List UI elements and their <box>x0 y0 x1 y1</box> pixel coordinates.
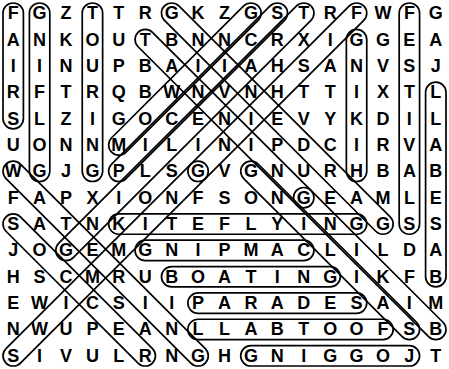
grid-cell-r13c16[interactable]: S <box>396 316 422 342</box>
grid-cell-r4c2[interactable]: F <box>26 79 52 105</box>
grid-cell-r11c16[interactable]: F <box>396 264 422 290</box>
grid-cell-r5c1[interactable]: S <box>0 105 26 131</box>
grid-cell-r4c16[interactable]: T <box>396 79 422 105</box>
grid-cell-r14c7[interactable]: N <box>158 343 184 369</box>
grid-cell-r11c10[interactable]: T <box>238 264 264 290</box>
grid-cell-r1c3[interactable]: Z <box>53 0 79 26</box>
grid-cell-r8c16[interactable]: L <box>396 185 422 211</box>
grid-cell-r10c3[interactable]: G <box>53 237 79 263</box>
grid-cell-r5c15[interactable]: D <box>370 105 396 131</box>
grid-cell-r1c1[interactable]: F <box>0 0 26 26</box>
grid-cell-r5c8[interactable]: E <box>185 105 211 131</box>
grid-cell-r2c8[interactable]: N <box>185 26 211 52</box>
grid-cell-r7c3[interactable]: J <box>53 158 79 184</box>
grid-cell-r1c2[interactable]: G <box>26 0 52 26</box>
grid-cell-r13c6[interactable]: A <box>132 316 158 342</box>
grid-cell-r13c12[interactable]: T <box>291 316 317 342</box>
grid-cell-r12c6[interactable]: I <box>132 290 158 316</box>
grid-cell-r12c3[interactable]: I <box>53 290 79 316</box>
grid-cell-r6c10[interactable]: I <box>238 132 264 158</box>
grid-cell-r9c15[interactable]: G <box>370 211 396 237</box>
grid-cell-r4c7[interactable]: W <box>158 79 184 105</box>
grid-cell-r12c10[interactable]: R <box>238 290 264 316</box>
grid-cell-r3c16[interactable]: S <box>396 53 422 79</box>
grid-cell-r6c6[interactable]: I <box>132 132 158 158</box>
grid-cell-r11c7[interactable]: B <box>158 264 184 290</box>
grid-cell-r7c7[interactable]: S <box>158 158 184 184</box>
grid-cell-r4c8[interactable]: N <box>185 79 211 105</box>
grid-cell-r11c3[interactable]: C <box>53 264 79 290</box>
grid-cell-r14c16[interactable]: J <box>396 343 422 369</box>
grid-cell-r6c2[interactable]: O <box>26 132 52 158</box>
grid-cell-r11c14[interactable]: I <box>343 264 369 290</box>
grid-cell-r6c4[interactable]: N <box>79 132 105 158</box>
grid-cell-r2c4[interactable]: O <box>79 26 105 52</box>
word-search-board: FGZTTRGKZGSTRFWFGANKOUTBNNCRXIGGEAIINUPB… <box>0 0 449 369</box>
grid-cell-r11c6[interactable]: U <box>132 264 158 290</box>
grid-cell-r10c9[interactable]: P <box>211 237 237 263</box>
grid-cell-r7c8[interactable]: G <box>185 158 211 184</box>
grid-cell-r10c4[interactable]: E <box>79 237 105 263</box>
grid-cell-r10c10[interactable]: M <box>238 237 264 263</box>
grid-cell-r1c8[interactable]: K <box>185 0 211 26</box>
grid-cell-r2c9[interactable]: N <box>211 26 237 52</box>
grid-cell-r12c11[interactable]: A <box>264 290 290 316</box>
grid-cell-r13c9[interactable]: L <box>211 316 237 342</box>
grid-cell-r3c17[interactable]: J <box>423 53 449 79</box>
grid-cell-r12c16[interactable]: I <box>396 290 422 316</box>
grid-cell-r13c13[interactable]: O <box>317 316 343 342</box>
grid-cell-r7c17[interactable]: B <box>423 158 449 184</box>
grid-cell-r12c4[interactable]: C <box>79 290 105 316</box>
grid-cell-r4c4[interactable]: R <box>79 79 105 105</box>
grid-cell-r3c13[interactable]: A <box>317 53 343 79</box>
grid-cell-r10c13[interactable]: L <box>317 237 343 263</box>
grid-cell-r3c4[interactable]: U <box>79 53 105 79</box>
grid-cell-r1c17[interactable]: G <box>423 0 449 26</box>
grid-cell-r5c11[interactable]: E <box>264 105 290 131</box>
grid-cell-r13c8[interactable]: L <box>185 316 211 342</box>
grid-cell-r7c1[interactable]: W <box>0 158 26 184</box>
grid-cell-r10c12[interactable]: C <box>291 237 317 263</box>
grid-cell-r12c9[interactable]: A <box>211 290 237 316</box>
grid-cell-r6c5[interactable]: M <box>106 132 132 158</box>
grid-cell-r13c7[interactable]: N <box>158 316 184 342</box>
grid-cell-r12c15[interactable]: A <box>370 290 396 316</box>
grid-cell-r5c7[interactable]: C <box>158 105 184 131</box>
grid-cell-r8c8[interactable]: F <box>185 185 211 211</box>
grid-cell-r1c10[interactable]: G <box>238 0 264 26</box>
grid-cell-r13c10[interactable]: A <box>238 316 264 342</box>
grid-cell-r2c17[interactable]: A <box>423 26 449 52</box>
grid-cell-r13c2[interactable]: W <box>26 316 52 342</box>
grid-cell-r2c10[interactable]: C <box>238 26 264 52</box>
grid-cell-r6c1[interactable]: U <box>0 132 26 158</box>
grid-cell-r8c3[interactable]: P <box>53 185 79 211</box>
grid-cell-r3c1[interactable]: I <box>0 53 26 79</box>
grid-cell-r14c4[interactable]: U <box>79 343 105 369</box>
grid-cell-r7c2[interactable]: G <box>26 158 52 184</box>
grid-cell-r11c5[interactable]: R <box>106 264 132 290</box>
grid-cell-r3c14[interactable]: N <box>343 53 369 79</box>
grid-cell-r3c12[interactable]: S <box>291 53 317 79</box>
grid-cell-r2c13[interactable]: I <box>317 26 343 52</box>
grid-cell-r12c2[interactable]: W <box>26 290 52 316</box>
grid-cell-r8c9[interactable]: S <box>211 185 237 211</box>
grid-cell-r2c2[interactable]: N <box>26 26 52 52</box>
grid-cell-r12c1[interactable]: E <box>0 290 26 316</box>
grid-cell-r5c16[interactable]: I <box>396 105 422 131</box>
grid-cell-r13c15[interactable]: F <box>370 316 396 342</box>
grid-cell-r14c3[interactable]: V <box>53 343 79 369</box>
grid-cell-r4c12[interactable]: T <box>291 79 317 105</box>
grid-cell-r3c5[interactable]: P <box>106 53 132 79</box>
grid-cell-r14c15[interactable]: O <box>370 343 396 369</box>
grid-cell-r10c1[interactable]: J <box>0 237 26 263</box>
grid-cell-r4c11[interactable]: H <box>264 79 290 105</box>
grid-cell-r6c14[interactable]: I <box>343 132 369 158</box>
grid-cell-r11c17[interactable]: B <box>423 264 449 290</box>
grid-cell-r11c4[interactable]: M <box>79 264 105 290</box>
grid-cell-r11c11[interactable]: I <box>264 264 290 290</box>
grid-cell-r13c5[interactable]: E <box>106 316 132 342</box>
grid-cell-r6c9[interactable]: N <box>211 132 237 158</box>
grid-cell-r3c9[interactable]: I <box>211 53 237 79</box>
grid-cell-r7c6[interactable]: L <box>132 158 158 184</box>
grid-cell-r14c12[interactable]: I <box>291 343 317 369</box>
letter-grid: FGZTTRGKZGSTRFWFGANKOUTBNNCRXIGGEAIINUPB… <box>0 0 449 369</box>
grid-cell-r10c8[interactable]: I <box>185 237 211 263</box>
grid-cell-r4c10[interactable]: N <box>238 79 264 105</box>
grid-cell-r10c16[interactable]: D <box>396 237 422 263</box>
grid-cell-r12c12[interactable]: D <box>291 290 317 316</box>
grid-cell-r13c11[interactable]: B <box>264 316 290 342</box>
grid-cell-r12c8[interactable]: P <box>185 290 211 316</box>
grid-cell-r8c5[interactable]: I <box>106 185 132 211</box>
grid-cell-r6c17[interactable]: A <box>423 132 449 158</box>
grid-cell-r4c15[interactable]: X <box>370 79 396 105</box>
grid-cell-r5c6[interactable]: O <box>132 105 158 131</box>
grid-cell-r6c13[interactable]: C <box>317 132 343 158</box>
grid-cell-r14c5[interactable]: L <box>106 343 132 369</box>
grid-cell-r5c3[interactable]: Z <box>53 105 79 131</box>
grid-cell-r4c14[interactable]: I <box>343 79 369 105</box>
grid-cell-r5c5[interactable]: G <box>106 105 132 131</box>
grid-cell-r9c4[interactable]: N <box>79 211 105 237</box>
grid-cell-r6c15[interactable]: R <box>370 132 396 158</box>
grid-cell-r3c3[interactable]: N <box>53 53 79 79</box>
grid-cell-r12c5[interactable]: S <box>106 290 132 316</box>
grid-cell-r10c7[interactable]: N <box>158 237 184 263</box>
grid-cell-r5c14[interactable]: K <box>343 105 369 131</box>
grid-cell-r1c14[interactable]: F <box>343 0 369 26</box>
grid-cell-r5c12[interactable]: V <box>291 105 317 131</box>
grid-cell-r3c15[interactable]: V <box>370 53 396 79</box>
grid-cell-r6c11[interactable]: P <box>264 132 290 158</box>
grid-cell-r11c9[interactable]: A <box>211 264 237 290</box>
grid-cell-r14c11[interactable]: N <box>264 343 290 369</box>
grid-cell-r2c15[interactable]: G <box>370 26 396 52</box>
grid-cell-r14c1[interactable]: S <box>0 343 26 369</box>
grid-cell-r8c4[interactable]: X <box>79 185 105 211</box>
grid-cell-r3c6[interactable]: B <box>132 53 158 79</box>
grid-cell-r5c9[interactable]: N <box>211 105 237 131</box>
grid-cell-r3c10[interactable]: A <box>238 53 264 79</box>
grid-cell-r7c4[interactable]: G <box>79 158 105 184</box>
grid-cell-r9c3[interactable]: T <box>53 211 79 237</box>
grid-cell-r7c9[interactable]: V <box>211 158 237 184</box>
grid-cell-r10c15[interactable]: L <box>370 237 396 263</box>
grid-cell-r8c6[interactable]: O <box>132 185 158 211</box>
grid-cell-r10c2[interactable]: O <box>26 237 52 263</box>
grid-cell-r8c10[interactable]: O <box>238 185 264 211</box>
grid-cell-r7c12[interactable]: U <box>291 158 317 184</box>
grid-cell-r14c8[interactable]: G <box>185 343 211 369</box>
grid-cell-r14c2[interactable]: I <box>26 343 52 369</box>
grid-cell-r14c10[interactable]: G <box>238 343 264 369</box>
grid-cell-r14c14[interactable]: G <box>343 343 369 369</box>
grid-cell-r10c6[interactable]: G <box>132 237 158 263</box>
grid-cell-r6c16[interactable]: V <box>396 132 422 158</box>
grid-cell-r4c6[interactable]: B <box>132 79 158 105</box>
grid-cell-r1c13[interactable]: R <box>317 0 343 26</box>
grid-cell-r9c5[interactable]: K <box>106 211 132 237</box>
grid-cell-r6c12[interactable]: D <box>291 132 317 158</box>
grid-cell-r6c7[interactable]: L <box>158 132 184 158</box>
grid-cell-r4c3[interactable]: T <box>53 79 79 105</box>
grid-cell-r12c17[interactable]: M <box>423 290 449 316</box>
grid-cell-r5c13[interactable]: Y <box>317 105 343 131</box>
grid-cell-r13c14[interactable]: O <box>343 316 369 342</box>
grid-cell-r9c7[interactable]: T <box>158 211 184 237</box>
grid-cell-r14c17[interactable]: T <box>423 343 449 369</box>
grid-cell-r8c13[interactable]: E <box>317 185 343 211</box>
grid-cell-r11c1[interactable]: H <box>0 264 26 290</box>
grid-cell-r2c16[interactable]: E <box>396 26 422 52</box>
grid-cell-r5c10[interactable]: I <box>238 105 264 131</box>
grid-cell-r1c7[interactable]: G <box>158 0 184 26</box>
grid-cell-r9c16[interactable]: S <box>396 211 422 237</box>
grid-cell-r4c5[interactable]: Q <box>106 79 132 105</box>
grid-cell-r8c17[interactable]: E <box>423 185 449 211</box>
grid-cell-r9c13[interactable]: N <box>317 211 343 237</box>
grid-cell-r13c3[interactable]: U <box>53 316 79 342</box>
grid-cell-r11c2[interactable]: S <box>26 264 52 290</box>
grid-cell-r12c14[interactable]: S <box>343 290 369 316</box>
grid-cell-r4c9[interactable]: V <box>211 79 237 105</box>
grid-cell-r9c2[interactable]: A <box>26 211 52 237</box>
grid-cell-r7c14[interactable]: H <box>343 158 369 184</box>
grid-cell-r8c1[interactable]: F <box>0 185 26 211</box>
grid-cell-r4c13[interactable]: T <box>317 79 343 105</box>
grid-cell-r9c14[interactable]: G <box>343 211 369 237</box>
grid-cell-r13c4[interactable]: P <box>79 316 105 342</box>
grid-cell-r9c11[interactable]: Y <box>264 211 290 237</box>
grid-cell-r7c10[interactable]: G <box>238 158 264 184</box>
grid-cell-r11c12[interactable]: N <box>291 264 317 290</box>
grid-cell-r13c1[interactable]: N <box>0 316 26 342</box>
grid-cell-r10c14[interactable]: I <box>343 237 369 263</box>
grid-cell-r2c1[interactable]: A <box>0 26 26 52</box>
grid-cell-r2c6[interactable]: T <box>132 26 158 52</box>
grid-cell-r7c15[interactable]: B <box>370 158 396 184</box>
grid-cell-r9c17[interactable]: S <box>423 211 449 237</box>
grid-cell-r9c9[interactable]: F <box>211 211 237 237</box>
grid-cell-r9c6[interactable]: I <box>132 211 158 237</box>
grid-cell-r14c9[interactable]: H <box>211 343 237 369</box>
grid-cell-r1c4[interactable]: T <box>79 0 105 26</box>
grid-cell-r1c12[interactable]: T <box>291 0 317 26</box>
grid-cell-r9c1[interactable]: S <box>0 211 26 237</box>
grid-cell-r7c11[interactable]: N <box>264 158 290 184</box>
grid-cell-r8c2[interactable]: A <box>26 185 52 211</box>
grid-cell-r2c3[interactable]: K <box>53 26 79 52</box>
grid-cell-r5c2[interactable]: L <box>26 105 52 131</box>
grid-cell-r3c7[interactable]: A <box>158 53 184 79</box>
grid-cell-r7c5[interactable]: P <box>106 158 132 184</box>
grid-cell-r2c11[interactable]: R <box>264 26 290 52</box>
grid-cell-r1c5[interactable]: T <box>106 0 132 26</box>
grid-cell-r4c1[interactable]: R <box>0 79 26 105</box>
grid-cell-r6c8[interactable]: I <box>185 132 211 158</box>
grid-cell-r8c11[interactable]: N <box>264 185 290 211</box>
grid-cell-r2c5[interactable]: U <box>106 26 132 52</box>
grid-cell-r9c8[interactable]: E <box>185 211 211 237</box>
grid-cell-r2c7[interactable]: B <box>158 26 184 52</box>
grid-cell-r10c11[interactable]: A <box>264 237 290 263</box>
grid-cell-r3c2[interactable]: I <box>26 53 52 79</box>
grid-cell-r5c4[interactable]: I <box>79 105 105 131</box>
grid-cell-r12c13[interactable]: E <box>317 290 343 316</box>
grid-cell-r10c17[interactable]: A <box>423 237 449 263</box>
grid-cell-r7c13[interactable]: R <box>317 158 343 184</box>
grid-cell-r1c15[interactable]: W <box>370 0 396 26</box>
grid-cell-r10c5[interactable]: M <box>106 237 132 263</box>
grid-cell-r5c17[interactable]: L <box>423 105 449 131</box>
grid-cell-r3c11[interactable]: H <box>264 53 290 79</box>
grid-cell-r2c12[interactable]: X <box>291 26 317 52</box>
grid-cell-r12c7[interactable]: I <box>158 290 184 316</box>
grid-cell-r14c13[interactable]: G <box>317 343 343 369</box>
grid-cell-r9c12[interactable]: I <box>291 211 317 237</box>
grid-cell-r1c16[interactable]: F <box>396 0 422 26</box>
grid-cell-r1c11[interactable]: S <box>264 0 290 26</box>
grid-cell-r1c6[interactable]: R <box>132 0 158 26</box>
grid-cell-r3c8[interactable]: I <box>185 53 211 79</box>
grid-cell-r8c7[interactable]: N <box>158 185 184 211</box>
grid-cell-r14c6[interactable]: R <box>132 343 158 369</box>
grid-cell-r1c9[interactable]: Z <box>211 0 237 26</box>
grid-cell-r8c12[interactable]: G <box>291 185 317 211</box>
grid-cell-r11c15[interactable]: K <box>370 264 396 290</box>
grid-cell-r11c8[interactable]: O <box>185 264 211 290</box>
grid-cell-r8c14[interactable]: A <box>343 185 369 211</box>
grid-cell-r9c10[interactable]: L <box>238 211 264 237</box>
grid-cell-r13c17[interactable]: B <box>423 316 449 342</box>
grid-cell-r11c13[interactable]: G <box>317 264 343 290</box>
grid-cell-r8c15[interactable]: M <box>370 185 396 211</box>
grid-cell-r4c17[interactable]: L <box>423 79 449 105</box>
grid-cell-r6c3[interactable]: N <box>53 132 79 158</box>
grid-cell-r7c16[interactable]: A <box>396 158 422 184</box>
grid-cell-r2c14[interactable]: G <box>343 26 369 52</box>
